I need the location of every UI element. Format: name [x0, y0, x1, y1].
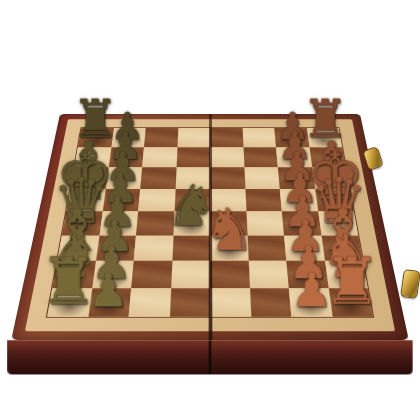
chess-set-photo: ♜♟♟♜♟♟♝♟♟♝♚♟♟♚♛♟♞♟♛♝♟♞♟♝♞♟♟♞♜♟♟♜ — [0, 0, 420, 420]
chess-board: ♜♟♟♜♟♟♝♟♟♝♚♟♟♚♛♟♞♟♛♝♟♞♟♝♞♟♟♞♜♟♟♜ — [11, 114, 409, 340]
square-a5 — [169, 288, 210, 317]
square-h5 — [177, 128, 210, 147]
square-a6 — [129, 288, 171, 317]
square-a4 — [210, 288, 251, 317]
square-b3 — [248, 261, 289, 288]
square-a3 — [249, 288, 291, 317]
square-a1: ♜ — [328, 288, 373, 317]
brass-clasp-icon — [400, 269, 420, 299]
square-g3 — [243, 147, 278, 167]
square-c6 — [134, 235, 173, 260]
square-g6 — [142, 147, 177, 167]
square-h6 — [144, 128, 178, 147]
square-h4 — [210, 128, 243, 147]
square-b4 — [210, 261, 249, 288]
front-face-seam — [209, 340, 212, 374]
square-c4: ♞ — [210, 235, 248, 260]
black-pawn-a7: ♟ — [88, 268, 130, 314]
board-front-face — [7, 340, 413, 374]
square-a8: ♜ — [47, 288, 92, 317]
square-a7: ♟ — [88, 288, 131, 317]
white-knight-c4: ♞ — [203, 201, 255, 259]
square-h3 — [242, 128, 276, 147]
white-rook-a1: ♜ — [323, 250, 381, 314]
square-b6 — [131, 261, 172, 288]
square-g4 — [210, 147, 244, 167]
square-g5 — [176, 147, 210, 167]
square-b5 — [171, 261, 210, 288]
square-f3 — [244, 167, 280, 188]
